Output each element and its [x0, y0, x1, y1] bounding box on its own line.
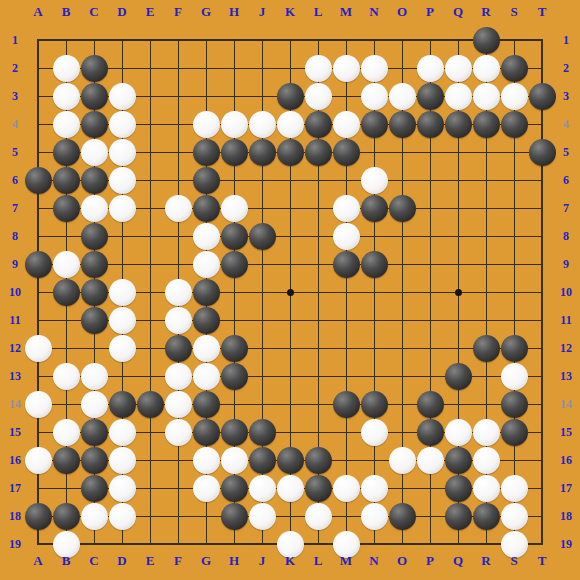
row-label-right-4: 4: [552, 116, 580, 132]
stone-white-L3[interactable]: [305, 83, 332, 110]
row-label-right-17: 17: [552, 480, 580, 496]
stone-white-F14[interactable]: [165, 391, 192, 418]
row-label-right-16: 16: [552, 452, 580, 468]
col-label-top-E: E: [136, 4, 164, 20]
stone-black-L4[interactable]: [305, 111, 332, 138]
stone-white-S18[interactable]: [501, 503, 528, 530]
stone-white-F11[interactable]: [165, 307, 192, 334]
stone-white-G9[interactable]: [193, 251, 220, 278]
stone-black-J15[interactable]: [249, 419, 276, 446]
row-label-right-15: 15: [552, 424, 580, 440]
stone-black-D14[interactable]: [109, 391, 136, 418]
stone-black-J16[interactable]: [249, 447, 276, 474]
stone-black-S14[interactable]: [501, 391, 528, 418]
stone-black-C10[interactable]: [81, 279, 108, 306]
row-label-right-14: 14: [552, 396, 580, 412]
row-label-left-2: 2: [1, 60, 29, 76]
stone-black-C11[interactable]: [81, 307, 108, 334]
stone-white-N3[interactable]: [361, 83, 388, 110]
row-label-right-12: 12: [552, 340, 580, 356]
stone-black-R12[interactable]: [473, 335, 500, 362]
stone-white-D7[interactable]: [109, 195, 136, 222]
stone-white-L18[interactable]: [305, 503, 332, 530]
stone-white-M7[interactable]: [333, 195, 360, 222]
stone-white-R17[interactable]: [473, 475, 500, 502]
row-label-right-7: 7: [552, 200, 580, 216]
stone-black-M5[interactable]: [333, 139, 360, 166]
stone-white-D3[interactable]: [109, 83, 136, 110]
row-label-left-13: 13: [1, 368, 29, 384]
star-point: [287, 289, 294, 296]
stone-black-M9[interactable]: [333, 251, 360, 278]
stone-white-N15[interactable]: [361, 419, 388, 446]
stone-white-D10[interactable]: [109, 279, 136, 306]
stone-white-M4[interactable]: [333, 111, 360, 138]
stone-black-C8[interactable]: [81, 223, 108, 250]
col-label-top-R: R: [472, 4, 500, 20]
stone-black-K3[interactable]: [277, 83, 304, 110]
stone-black-S4[interactable]: [501, 111, 528, 138]
row-label-left-8: 8: [1, 228, 29, 244]
stone-black-H17[interactable]: [221, 475, 248, 502]
stone-white-R16[interactable]: [473, 447, 500, 474]
stone-white-R15[interactable]: [473, 419, 500, 446]
row-label-right-19: 19: [552, 536, 580, 552]
row-label-left-1: 1: [1, 32, 29, 48]
stone-black-C3[interactable]: [81, 83, 108, 110]
row-label-left-10: 10: [1, 284, 29, 300]
stone-black-G15[interactable]: [193, 419, 220, 446]
stone-white-B4[interactable]: [53, 111, 80, 138]
stone-white-J18[interactable]: [249, 503, 276, 530]
col-label-top-Q: Q: [444, 4, 472, 20]
row-label-right-5: 5: [552, 144, 580, 160]
row-label-right-10: 10: [552, 284, 580, 300]
stone-black-O7[interactable]: [389, 195, 416, 222]
stone-black-H15[interactable]: [221, 419, 248, 446]
stone-black-C2[interactable]: [81, 55, 108, 82]
stone-white-L2[interactable]: [305, 55, 332, 82]
stone-black-S2[interactable]: [501, 55, 528, 82]
stone-white-S13[interactable]: [501, 363, 528, 390]
col-label-bottom-F: F: [164, 553, 192, 569]
col-label-bottom-L: L: [304, 553, 332, 569]
stone-white-D4[interactable]: [109, 111, 136, 138]
col-label-bottom-N: N: [360, 553, 388, 569]
stone-white-K17[interactable]: [277, 475, 304, 502]
stone-black-G11[interactable]: [193, 307, 220, 334]
stone-white-C18[interactable]: [81, 503, 108, 530]
stone-white-O3[interactable]: [389, 83, 416, 110]
stone-black-B10[interactable]: [53, 279, 80, 306]
stone-white-C14[interactable]: [81, 391, 108, 418]
stone-black-G7[interactable]: [193, 195, 220, 222]
go-game-screen: AABBCCDDEEFFGGHHJJKKLLMMNNOOPPQQRRSSTT11…: [0, 0, 580, 580]
row-label-right-9: 9: [552, 256, 580, 272]
col-label-top-S: S: [500, 4, 528, 20]
stone-black-J8[interactable]: [249, 223, 276, 250]
stone-black-C4[interactable]: [81, 111, 108, 138]
row-label-left-17: 17: [1, 480, 29, 496]
stone-black-B18[interactable]: [53, 503, 80, 530]
stone-black-K5[interactable]: [277, 139, 304, 166]
stone-black-C16[interactable]: [81, 447, 108, 474]
col-label-top-G: G: [192, 4, 220, 20]
stone-black-Q16[interactable]: [445, 447, 472, 474]
stone-white-C7[interactable]: [81, 195, 108, 222]
stone-white-B13[interactable]: [53, 363, 80, 390]
col-label-bottom-G: G: [192, 553, 220, 569]
row-label-left-3: 3: [1, 88, 29, 104]
go-board[interactable]: AABBCCDDEEFFGGHHJJKKLLMMNNOOPPQQRRSSTT11…: [0, 0, 580, 580]
col-label-bottom-S: S: [500, 553, 528, 569]
col-label-bottom-K: K: [276, 553, 304, 569]
col-label-bottom-R: R: [472, 553, 500, 569]
col-label-bottom-E: E: [136, 553, 164, 569]
row-label-left-15: 15: [1, 424, 29, 440]
stone-white-R2[interactable]: [473, 55, 500, 82]
stone-white-F13[interactable]: [165, 363, 192, 390]
stone-white-D6[interactable]: [109, 167, 136, 194]
stone-black-B6[interactable]: [53, 167, 80, 194]
stone-white-F10[interactable]: [165, 279, 192, 306]
stone-black-C6[interactable]: [81, 167, 108, 194]
star-point: [455, 289, 462, 296]
col-label-bottom-C: C: [80, 553, 108, 569]
col-label-top-L: L: [304, 4, 332, 20]
row-label-left-5: 5: [1, 144, 29, 160]
stone-black-Q13[interactable]: [445, 363, 472, 390]
stone-white-Q3[interactable]: [445, 83, 472, 110]
stone-white-Q2[interactable]: [445, 55, 472, 82]
stone-black-N14[interactable]: [361, 391, 388, 418]
col-label-top-P: P: [416, 4, 444, 20]
col-label-top-A: A: [24, 4, 52, 20]
row-label-left-16: 16: [1, 452, 29, 468]
stone-black-P14[interactable]: [417, 391, 444, 418]
col-label-bottom-D: D: [108, 553, 136, 569]
stone-white-G16[interactable]: [193, 447, 220, 474]
stone-black-G10[interactable]: [193, 279, 220, 306]
stone-black-P3[interactable]: [417, 83, 444, 110]
stone-black-R18[interactable]: [473, 503, 500, 530]
stone-black-Q18[interactable]: [445, 503, 472, 530]
grid-line-vertical: [541, 39, 543, 545]
stone-white-D5[interactable]: [109, 139, 136, 166]
stone-white-G17[interactable]: [193, 475, 220, 502]
stone-black-H13[interactable]: [221, 363, 248, 390]
col-label-bottom-H: H: [220, 553, 248, 569]
stone-white-N2[interactable]: [361, 55, 388, 82]
col-label-bottom-J: J: [248, 553, 276, 569]
row-label-right-1: 1: [552, 32, 580, 48]
row-label-right-18: 18: [552, 508, 580, 524]
row-label-right-8: 8: [552, 228, 580, 244]
stone-black-H18[interactable]: [221, 503, 248, 530]
row-label-right-2: 2: [552, 60, 580, 76]
stone-black-G14[interactable]: [193, 391, 220, 418]
stone-black-C15[interactable]: [81, 419, 108, 446]
row-label-left-6: 6: [1, 172, 29, 188]
stone-black-L17[interactable]: [305, 475, 332, 502]
stone-white-D16[interactable]: [109, 447, 136, 474]
stone-white-G8[interactable]: [193, 223, 220, 250]
stone-white-J17[interactable]: [249, 475, 276, 502]
col-label-bottom-P: P: [416, 553, 444, 569]
col-label-bottom-O: O: [388, 553, 416, 569]
stone-white-P2[interactable]: [417, 55, 444, 82]
col-label-top-B: B: [52, 4, 80, 20]
stone-black-M14[interactable]: [333, 391, 360, 418]
stone-black-H12[interactable]: [221, 335, 248, 362]
col-label-bottom-Q: Q: [444, 553, 472, 569]
stone-white-H16[interactable]: [221, 447, 248, 474]
stone-white-K4[interactable]: [277, 111, 304, 138]
stone-white-G12[interactable]: [193, 335, 220, 362]
stone-black-L5[interactable]: [305, 139, 332, 166]
stone-black-J5[interactable]: [249, 139, 276, 166]
col-label-top-K: K: [276, 4, 304, 20]
stone-white-Q15[interactable]: [445, 419, 472, 446]
stone-white-N18[interactable]: [361, 503, 388, 530]
col-label-bottom-A: A: [24, 553, 52, 569]
row-label-right-3: 3: [552, 88, 580, 104]
stone-black-C17[interactable]: [81, 475, 108, 502]
stone-black-O4[interactable]: [389, 111, 416, 138]
stone-black-P15[interactable]: [417, 419, 444, 446]
stone-black-G6[interactable]: [193, 167, 220, 194]
stone-black-S15[interactable]: [501, 419, 528, 446]
stone-black-K16[interactable]: [277, 447, 304, 474]
stone-white-S3[interactable]: [501, 83, 528, 110]
stone-white-R3[interactable]: [473, 83, 500, 110]
row-label-left-7: 7: [1, 200, 29, 216]
stone-black-O18[interactable]: [389, 503, 416, 530]
row-label-left-14: 14: [1, 396, 29, 412]
stone-black-G5[interactable]: [193, 139, 220, 166]
stone-black-P4[interactable]: [417, 111, 444, 138]
stone-white-O16[interactable]: [389, 447, 416, 474]
col-label-top-N: N: [360, 4, 388, 20]
row-label-right-13: 13: [552, 368, 580, 384]
row-label-left-11: 11: [1, 312, 29, 328]
row-label-left-18: 18: [1, 508, 29, 524]
row-label-left-9: 9: [1, 256, 29, 272]
row-label-left-4: 4: [1, 116, 29, 132]
col-label-top-T: T: [528, 4, 556, 20]
stone-white-S17[interactable]: [501, 475, 528, 502]
stone-black-R4[interactable]: [473, 111, 500, 138]
stone-white-C13[interactable]: [81, 363, 108, 390]
stone-white-C5[interactable]: [81, 139, 108, 166]
stone-black-S12[interactable]: [501, 335, 528, 362]
stone-white-F7[interactable]: [165, 195, 192, 222]
stone-black-H9[interactable]: [221, 251, 248, 278]
stone-black-R1[interactable]: [473, 27, 500, 54]
stone-white-G13[interactable]: [193, 363, 220, 390]
col-label-bottom-B: B: [52, 553, 80, 569]
row-label-right-11: 11: [552, 312, 580, 328]
stone-black-H5[interactable]: [221, 139, 248, 166]
stone-white-N6[interactable]: [361, 167, 388, 194]
row-label-left-19: 19: [1, 536, 29, 552]
stone-black-H8[interactable]: [221, 223, 248, 250]
col-label-top-C: C: [80, 4, 108, 20]
stone-white-D11[interactable]: [109, 307, 136, 334]
stone-white-D12[interactable]: [109, 335, 136, 362]
col-label-bottom-M: M: [332, 553, 360, 569]
col-label-bottom-T: T: [528, 553, 556, 569]
col-label-top-D: D: [108, 4, 136, 20]
stone-black-F12[interactable]: [165, 335, 192, 362]
stone-white-N17[interactable]: [361, 475, 388, 502]
stone-white-M2[interactable]: [333, 55, 360, 82]
stone-white-P16[interactable]: [417, 447, 444, 474]
stone-white-M8[interactable]: [333, 223, 360, 250]
stone-black-B5[interactable]: [53, 139, 80, 166]
stone-black-N7[interactable]: [361, 195, 388, 222]
stone-black-C9[interactable]: [81, 251, 108, 278]
stone-black-N4[interactable]: [361, 111, 388, 138]
stone-white-B3[interactable]: [53, 83, 80, 110]
col-label-top-F: F: [164, 4, 192, 20]
col-label-top-J: J: [248, 4, 276, 20]
stone-white-B9[interactable]: [53, 251, 80, 278]
stone-white-J4[interactable]: [249, 111, 276, 138]
stone-white-H7[interactable]: [221, 195, 248, 222]
stone-black-B16[interactable]: [53, 447, 80, 474]
stone-black-B7[interactable]: [53, 195, 80, 222]
stone-white-M17[interactable]: [333, 475, 360, 502]
row-label-right-6: 6: [552, 172, 580, 188]
stone-black-E14[interactable]: [137, 391, 164, 418]
stone-black-N9[interactable]: [361, 251, 388, 278]
stone-white-G4[interactable]: [193, 111, 220, 138]
stone-white-D18[interactable]: [109, 503, 136, 530]
stone-white-H4[interactable]: [221, 111, 248, 138]
stone-white-D17[interactable]: [109, 475, 136, 502]
stone-black-L16[interactable]: [305, 447, 332, 474]
stone-black-Q4[interactable]: [445, 111, 472, 138]
col-label-top-M: M: [332, 4, 360, 20]
row-label-left-12: 12: [1, 340, 29, 356]
col-label-top-O: O: [388, 4, 416, 20]
stone-white-B2[interactable]: [53, 55, 80, 82]
stone-white-B15[interactable]: [53, 419, 80, 446]
col-label-top-H: H: [220, 4, 248, 20]
stone-black-Q17[interactable]: [445, 475, 472, 502]
stone-white-F15[interactable]: [165, 419, 192, 446]
stone-white-D15[interactable]: [109, 419, 136, 446]
